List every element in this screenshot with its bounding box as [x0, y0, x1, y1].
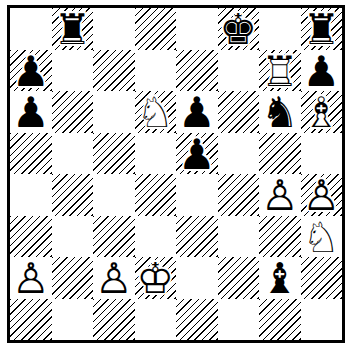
square-b3[interactable] — [52, 216, 94, 258]
square-c1[interactable] — [93, 299, 135, 341]
square-g4[interactable]: ♟♙ — [259, 174, 301, 216]
piece-outline-glyph: ♙ — [302, 175, 340, 217]
square-e3[interactable] — [176, 216, 218, 258]
square-h5[interactable] — [301, 133, 343, 175]
square-d1[interactable] — [135, 299, 177, 341]
square-f3[interactable] — [218, 216, 260, 258]
piece-black-pawn: ♟♟ — [10, 91, 52, 133]
square-h3[interactable]: ♞♘ — [301, 216, 343, 258]
square-d2[interactable]: ♚♔ — [135, 257, 177, 299]
piece-outline-glyph: ♙ — [12, 258, 50, 300]
square-d4[interactable] — [135, 174, 177, 216]
piece-white-pawn: ♟♙ — [301, 174, 343, 216]
piece-outline-glyph: ♙ — [95, 258, 133, 300]
square-c5[interactable] — [93, 133, 135, 175]
square-h4[interactable]: ♟♙ — [301, 174, 343, 216]
square-b2[interactable] — [52, 257, 94, 299]
square-e4[interactable] — [176, 174, 218, 216]
square-c4[interactable] — [93, 174, 135, 216]
square-a2[interactable]: ♟♙ — [10, 257, 52, 299]
page: ♜♜♚♚♜♜♟♟♜♖♟♟♟♟♞♘♟♟♞♞♝♗♟♟♟♙♟♙♞♘♟♙♟♙♚♔♝♝ — [0, 0, 350, 350]
square-e8[interactable] — [176, 8, 218, 50]
square-h7[interactable]: ♟♟ — [301, 50, 343, 92]
square-f7[interactable] — [218, 50, 260, 92]
square-a8[interactable] — [10, 8, 52, 50]
square-f4[interactable] — [218, 174, 260, 216]
square-e5[interactable]: ♟♟ — [176, 133, 218, 175]
square-d5[interactable] — [135, 133, 177, 175]
square-c6[interactable] — [93, 91, 135, 133]
piece-outline-glyph: ♗ — [302, 92, 340, 134]
square-d3[interactable] — [135, 216, 177, 258]
square-f8[interactable]: ♚♚ — [218, 8, 260, 50]
square-d7[interactable] — [135, 50, 177, 92]
piece-black-rook: ♜♜ — [52, 8, 94, 50]
square-g5[interactable] — [259, 133, 301, 175]
square-f1[interactable] — [218, 299, 260, 341]
piece-outline-glyph: ♝ — [261, 258, 299, 300]
square-g8[interactable] — [259, 8, 301, 50]
square-h2[interactable] — [301, 257, 343, 299]
square-a4[interactable] — [10, 174, 52, 216]
square-c7[interactable] — [93, 50, 135, 92]
piece-white-rook: ♜♖ — [259, 50, 301, 92]
piece-outline-glyph: ♟ — [302, 50, 340, 92]
piece-white-knight: ♞♘ — [301, 216, 343, 258]
piece-black-knight: ♞♞ — [259, 91, 301, 133]
square-g7[interactable]: ♜♖ — [259, 50, 301, 92]
square-a5[interactable] — [10, 133, 52, 175]
piece-black-pawn: ♟♟ — [301, 50, 343, 92]
square-a6[interactable]: ♟♟ — [10, 91, 52, 133]
piece-outline-glyph: ♔ — [136, 258, 174, 300]
square-b6[interactable] — [52, 91, 94, 133]
piece-black-pawn: ♟♟ — [176, 133, 218, 175]
piece-black-king: ♚♚ — [218, 8, 260, 50]
square-b8[interactable]: ♜♜ — [52, 8, 94, 50]
square-a3[interactable] — [10, 216, 52, 258]
square-h6[interactable]: ♝♗ — [301, 91, 343, 133]
square-d8[interactable] — [135, 8, 177, 50]
square-e7[interactable] — [176, 50, 218, 92]
piece-outline-glyph: ♟ — [12, 50, 50, 92]
chess-board: ♜♜♚♚♜♜♟♟♜♖♟♟♟♟♞♘♟♟♞♞♝♗♟♟♟♙♟♙♞♘♟♙♟♙♚♔♝♝ — [10, 8, 342, 340]
piece-outline-glyph: ♟ — [12, 92, 50, 134]
piece-white-bishop: ♝♗ — [301, 91, 343, 133]
square-f5[interactable] — [218, 133, 260, 175]
square-h8[interactable]: ♜♜ — [301, 8, 343, 50]
square-g3[interactable] — [259, 216, 301, 258]
square-g2[interactable]: ♝♝ — [259, 257, 301, 299]
square-c2[interactable]: ♟♙ — [93, 257, 135, 299]
piece-outline-glyph: ♜ — [53, 9, 91, 51]
piece-black-pawn: ♟♟ — [10, 50, 52, 92]
piece-white-knight: ♞♘ — [135, 91, 177, 133]
piece-black-rook: ♜♜ — [301, 8, 343, 50]
piece-outline-glyph: ♟ — [178, 133, 216, 175]
square-b5[interactable] — [52, 133, 94, 175]
piece-white-pawn: ♟♙ — [259, 174, 301, 216]
square-e6[interactable]: ♟♟ — [176, 91, 218, 133]
piece-black-pawn: ♟♟ — [176, 91, 218, 133]
piece-white-pawn: ♟♙ — [93, 257, 135, 299]
square-b7[interactable] — [52, 50, 94, 92]
square-e1[interactable] — [176, 299, 218, 341]
square-b1[interactable] — [52, 299, 94, 341]
square-g1[interactable] — [259, 299, 301, 341]
square-f6[interactable] — [218, 91, 260, 133]
square-h1[interactable] — [301, 299, 343, 341]
square-c8[interactable] — [93, 8, 135, 50]
square-c3[interactable] — [93, 216, 135, 258]
square-a7[interactable]: ♟♟ — [10, 50, 52, 92]
square-f2[interactable] — [218, 257, 260, 299]
piece-outline-glyph: ♘ — [302, 216, 340, 258]
piece-outline-glyph: ♘ — [136, 92, 174, 134]
square-b4[interactable] — [52, 174, 94, 216]
piece-outline-glyph: ♙ — [261, 175, 299, 217]
piece-outline-glyph: ♖ — [261, 50, 299, 92]
piece-outline-glyph: ♚ — [219, 9, 257, 51]
square-g6[interactable]: ♞♞ — [259, 91, 301, 133]
square-d6[interactable]: ♞♘ — [135, 91, 177, 133]
piece-outline-glyph: ♞ — [261, 92, 299, 134]
piece-white-king: ♚♔ — [135, 257, 177, 299]
board-frame: ♜♜♚♚♜♜♟♟♜♖♟♟♟♟♞♘♟♟♞♞♝♗♟♟♟♙♟♙♞♘♟♙♟♙♚♔♝♝ — [7, 5, 345, 343]
square-e2[interactable] — [176, 257, 218, 299]
piece-outline-glyph: ♜ — [302, 9, 340, 51]
piece-black-bishop: ♝♝ — [259, 257, 301, 299]
square-a1[interactable] — [10, 299, 52, 341]
piece-white-pawn: ♟♙ — [10, 257, 52, 299]
piece-outline-glyph: ♟ — [178, 92, 216, 134]
